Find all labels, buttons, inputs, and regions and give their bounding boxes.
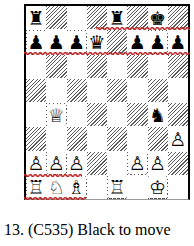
square-f4 [127,103,147,126]
piece-white-pawn: ♙ [47,152,66,174]
square-b3 [46,127,66,150]
square-a2: ♙ [26,152,46,175]
square-b6 [46,55,66,78]
square-e2 [107,152,127,175]
spellcheck-squiggle-rank2 [24,174,82,177]
square-b1: ♘ [46,176,66,199]
square-e6 [107,55,127,78]
piece-black-pawn: ♟ [148,31,167,53]
square-g6 [148,55,168,78]
chess-diagram-page: ♜♜♚♟♟♟♛♟♟♟♕♞♙♙♙♙♙♙♖♘♗♖♔ 13. (C535) Black… [0,0,194,246]
piece-white-pawn: ♙ [28,152,45,174]
square-h4 [168,103,188,126]
piece-white-king: ♔ [148,176,167,198]
square-a4 [26,103,46,126]
square-b2: ♙ [46,152,66,175]
square-f2: ♙ [127,152,147,175]
square-g7: ♟ [148,30,168,53]
square-b4: ♕ [46,103,66,126]
spellcheck-squiggle-rank1 [24,197,86,200]
square-b5 [46,79,66,102]
square-c1: ♗ [67,176,87,199]
piece-black-pawn: ♟ [48,31,65,53]
square-c3 [67,127,87,150]
dotted-glyph-base-e1 [107,198,126,199]
piece-white-pawn: ♙ [128,152,147,174]
square-f8 [127,6,147,29]
piece-white-knight: ♘ [48,176,65,198]
square-f5 [127,79,147,102]
square-c2: ♙ [67,152,87,175]
square-c8 [67,6,87,29]
square-d3 [87,127,107,150]
square-a1: ♖ [26,176,46,199]
square-d4 [87,103,107,126]
piece-white-rook: ♖ [27,176,46,198]
piece-black-pawn: ♟ [27,31,46,53]
square-b8 [46,6,66,29]
square-f6 [127,55,147,78]
piece-black-pawn: ♟ [129,31,146,53]
chess-board: ♜♜♚♟♟♟♛♟♟♟♕♞♙♙♙♙♙♙♖♘♗♖♔ [24,4,190,200]
square-g4: ♞ [148,103,168,126]
square-a6 [26,55,46,78]
square-a7: ♟ [26,30,46,53]
square-d2 [87,152,107,175]
piece-white-pawn: ♙ [68,152,85,174]
square-h3: ♙ [168,127,188,150]
square-d7: ♛ [87,30,107,53]
square-g3 [148,127,168,150]
square-h7: ♟ [168,30,188,53]
piece-white-pawn: ♙ [149,152,166,174]
piece-black-rook: ♜ [28,7,45,29]
diagram-caption: 13. (C535) Black to move [4,220,192,239]
square-g5 [148,79,168,102]
piece-white-queen: ♕ [47,104,66,126]
square-f3 [127,127,147,150]
spellcheck-squiggle-rank7 [24,52,190,55]
piece-white-pawn: ♙ [169,128,186,150]
piece-black-king: ♚ [149,7,166,29]
piece-black-pawn: ♟ [67,31,86,53]
square-d8 [87,6,107,29]
square-d6 [87,55,107,78]
square-h8 [168,6,188,29]
square-f1 [127,176,147,199]
piece-black-rook: ♜ [109,7,126,29]
square-h6 [168,55,188,78]
square-h5 [168,79,188,102]
spellcheck-squiggle-rank8 [96,27,190,30]
square-e8: ♜ [107,6,127,29]
square-e5 [107,79,127,102]
piece-white-rook: ♖ [108,176,127,198]
square-c4 [67,103,87,126]
piece-white-bishop: ♗ [67,176,86,198]
square-e3 [107,127,127,150]
square-e4 [107,103,127,126]
square-f7: ♟ [127,30,147,53]
square-e7 [107,30,127,53]
square-c5 [67,79,87,102]
square-g1: ♔ [148,176,168,199]
square-h1 [168,176,188,199]
piece-black-pawn: ♟ [169,31,186,53]
square-a3 [26,127,46,150]
square-e1: ♖ [107,176,127,199]
square-b7: ♟ [46,30,66,53]
square-d5 [87,79,107,102]
square-h2 [168,152,188,175]
piece-black-knight: ♞ [149,104,166,126]
piece-black-queen: ♛ [88,31,105,53]
square-g2: ♙ [148,152,168,175]
square-g8: ♚ [148,6,168,29]
square-a8: ♜ [26,6,46,29]
square-c6 [67,55,87,78]
square-c7: ♟ [67,30,87,53]
square-d1 [87,176,107,199]
square-a5 [26,79,46,102]
dotted-glyph-base-g1 [148,198,167,199]
